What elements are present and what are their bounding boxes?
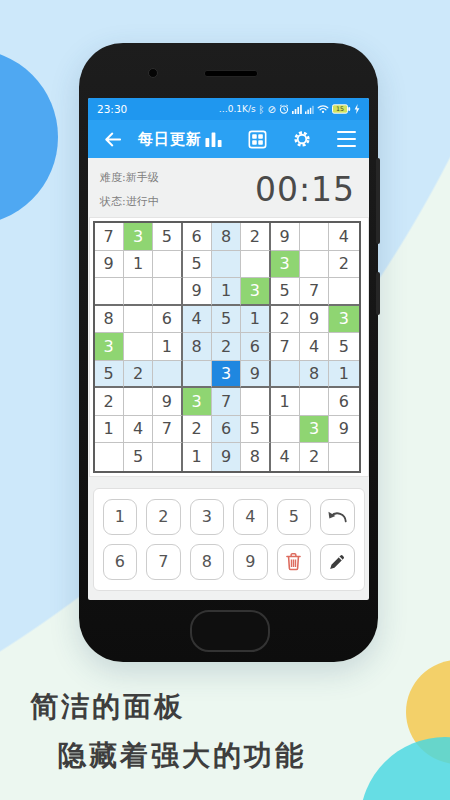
- caption-line1: 简洁的面板: [30, 688, 185, 726]
- sudoku-cell-r9c4[interactable]: 1: [183, 443, 212, 471]
- sudoku-cell-r4c6[interactable]: 1: [241, 306, 270, 334]
- sudoku-cell-r3c7[interactable]: 5: [271, 278, 300, 306]
- key-7[interactable]: 7: [146, 544, 181, 580]
- sudoku-cell-r8c6[interactable]: 5: [241, 416, 270, 444]
- sudoku-cell-r7c8[interactable]: [300, 388, 329, 416]
- sudoku-cell-r9c9[interactable]: [329, 443, 358, 471]
- delete-button[interactable]: [277, 544, 312, 580]
- sudoku-cell-r3c2[interactable]: [124, 278, 153, 306]
- sudoku-cell-r5c5[interactable]: 2: [212, 333, 241, 361]
- stats-icon[interactable]: [204, 131, 223, 148]
- status-label: 状态:进行中: [100, 194, 159, 209]
- sudoku-cell-r2c4[interactable]: 5: [183, 251, 212, 279]
- earpiece-speaker: [204, 70, 258, 77]
- settings-icon[interactable]: [292, 129, 312, 149]
- sudoku-cell-r2c1[interactable]: 9: [95, 251, 124, 279]
- sudoku-cell-r3c8[interactable]: 7: [300, 278, 329, 306]
- sudoku-cell-r1c3[interactable]: 5: [153, 223, 182, 251]
- sudoku-cell-r4c5[interactable]: 5: [212, 306, 241, 334]
- phone-mockup: 23:30 …0.1K/s ᛒ ⊘ 15: [79, 43, 378, 662]
- sudoku-cell-r9c2[interactable]: 5: [124, 443, 153, 471]
- sudoku-cell-r9c8[interactable]: 2: [300, 443, 329, 471]
- sudoku-cell-r6c4[interactable]: [183, 361, 212, 389]
- sudoku-cell-r7c4[interactable]: 3: [183, 388, 212, 416]
- sudoku-cell-r7c2[interactable]: [124, 388, 153, 416]
- sudoku-cell-r7c7[interactable]: 1: [271, 388, 300, 416]
- net-speed-text: …0.1K/s: [219, 104, 256, 114]
- sudoku-cell-r2c9[interactable]: 2: [329, 251, 358, 279]
- battery-icon: 15: [332, 104, 351, 114]
- sudoku-cell-r6c6[interactable]: 9: [241, 361, 270, 389]
- key-3[interactable]: 3: [190, 499, 225, 535]
- grid-mode-icon[interactable]: [248, 130, 267, 149]
- sudoku-cell-r5c3[interactable]: 1: [153, 333, 182, 361]
- sudoku-cell-r5c4[interactable]: 8: [183, 333, 212, 361]
- menu-icon[interactable]: [337, 131, 356, 147]
- sudoku-cell-r2c5[interactable]: [212, 251, 241, 279]
- sudoku-cell-r8c2[interactable]: 4: [124, 416, 153, 444]
- sudoku-cell-r6c1[interactable]: 5: [95, 361, 124, 389]
- sudoku-cell-r8c7[interactable]: [271, 416, 300, 444]
- app-toolbar: 每日更新: [88, 120, 369, 158]
- sudoku-cell-r1c5[interactable]: 8: [212, 223, 241, 251]
- pencil-icon: [327, 552, 347, 572]
- sudoku-grid: 7356829491532913578645129331826745523981…: [93, 221, 361, 473]
- sudoku-cell-r4c4[interactable]: 4: [183, 306, 212, 334]
- signal2-icon: [305, 104, 314, 114]
- sudoku-cell-r5c1[interactable]: 3: [95, 333, 124, 361]
- sudoku-cell-r5c6[interactable]: 6: [241, 333, 270, 361]
- sudoku-cell-r9c7[interactable]: 4: [271, 443, 300, 471]
- sudoku-cell-r1c4[interactable]: 6: [183, 223, 212, 251]
- sudoku-cell-r7c6[interactable]: [241, 388, 270, 416]
- sudoku-cell-r2c3[interactable]: [153, 251, 182, 279]
- svg-text:15: 15: [336, 105, 344, 112]
- key-8[interactable]: 8: [190, 544, 225, 580]
- undo-button[interactable]: [320, 499, 355, 535]
- caption-line2: 隐藏着强大的功能: [58, 737, 306, 775]
- mute-icon: ⊘: [268, 104, 276, 115]
- sudoku-cell-r8c4[interactable]: 2: [183, 416, 212, 444]
- bluetooth-icon: ᛒ: [259, 104, 265, 115]
- sudoku-cell-r1c8[interactable]: [300, 223, 329, 251]
- sudoku-cell-r4c9[interactable]: 3: [329, 306, 358, 334]
- decor-blue-circle: [0, 49, 58, 225]
- sudoku-cell-r7c9[interactable]: 6: [329, 388, 358, 416]
- sudoku-cell-r5c8[interactable]: 4: [300, 333, 329, 361]
- sudoku-cell-r9c3[interactable]: [153, 443, 182, 471]
- sudoku-cell-r5c7[interactable]: 7: [271, 333, 300, 361]
- difficulty-label: 难度:新手级: [100, 170, 159, 185]
- sudoku-cell-r9c1[interactable]: [95, 443, 124, 471]
- sudoku-cell-r3c9[interactable]: [329, 278, 358, 306]
- sudoku-cell-r9c6[interactable]: 8: [241, 443, 270, 471]
- sudoku-cell-r3c4[interactable]: 9: [183, 278, 212, 306]
- sudoku-cell-r6c5[interactable]: 3: [212, 361, 241, 389]
- sudoku-cell-r1c1[interactable]: 7: [95, 223, 124, 251]
- timer-display: 00:15: [255, 170, 357, 209]
- pencil-button[interactable]: [320, 544, 355, 580]
- sudoku-cell-r4c8[interactable]: 9: [300, 306, 329, 334]
- signal-icon: [292, 104, 302, 114]
- sudoku-cell-r5c9[interactable]: 5: [329, 333, 358, 361]
- alarm-icon: [279, 104, 289, 114]
- app-screen: 23:30 …0.1K/s ᛒ ⊘ 15: [88, 98, 369, 600]
- clock-text: 23:30: [97, 103, 127, 115]
- back-icon[interactable]: [101, 129, 122, 150]
- key-2[interactable]: 2: [146, 499, 181, 535]
- sudoku-cell-r8c1[interactable]: 1: [95, 416, 124, 444]
- sudoku-cell-r4c1[interactable]: 8: [95, 306, 124, 334]
- sudoku-cell-r3c5[interactable]: 1: [212, 278, 241, 306]
- sudoku-cell-r4c3[interactable]: 6: [153, 306, 182, 334]
- sudoku-cell-r2c6[interactable]: [241, 251, 270, 279]
- sudoku-cell-r6c7[interactable]: [271, 361, 300, 389]
- wifi-icon: [317, 104, 329, 114]
- sudoku-cell-r6c9[interactable]: 1: [329, 361, 358, 389]
- board-card: 7356829491532913578645129331826745523981…: [89, 217, 369, 477]
- sudoku-cell-r1c2[interactable]: 3: [124, 223, 153, 251]
- key-5[interactable]: 5: [277, 499, 312, 535]
- sudoku-cell-r1c9[interactable]: 4: [329, 223, 358, 251]
- sudoku-cell-r7c3[interactable]: 9: [153, 388, 182, 416]
- sudoku-cell-r1c6[interactable]: 2: [241, 223, 270, 251]
- game-info: 难度:新手级 状态:进行中 00:15: [88, 158, 369, 215]
- sudoku-cell-r6c3[interactable]: [153, 361, 182, 389]
- sudoku-cell-r2c2[interactable]: 1: [124, 251, 153, 279]
- sudoku-cell-r4c7[interactable]: 2: [271, 306, 300, 334]
- sudoku-cell-r6c8[interactable]: 8: [300, 361, 329, 389]
- home-button: [190, 610, 270, 652]
- undo-icon: [326, 507, 349, 527]
- sudoku-cell-r4c2[interactable]: [124, 306, 153, 334]
- sudoku-cell-r5c2[interactable]: [124, 333, 153, 361]
- front-camera: [148, 68, 158, 78]
- key-6[interactable]: 6: [103, 544, 138, 580]
- key-1[interactable]: 1: [103, 499, 138, 535]
- sudoku-cell-r8c3[interactable]: 7: [153, 416, 182, 444]
- page-title: 每日更新: [138, 130, 202, 149]
- sudoku-cell-r8c9[interactable]: 9: [329, 416, 358, 444]
- sudoku-cell-r7c1[interactable]: 2: [95, 388, 124, 416]
- sudoku-cell-r1c7[interactable]: 9: [271, 223, 300, 251]
- number-keypad: 12345 6789: [93, 488, 365, 591]
- sudoku-cell-r2c7[interactable]: 3: [271, 251, 300, 279]
- decor-cyan-circle: [360, 737, 450, 800]
- power-button: [376, 272, 380, 315]
- key-4[interactable]: 4: [233, 499, 268, 535]
- volume-button: [376, 158, 380, 244]
- sudoku-cell-r2c8[interactable]: [300, 251, 329, 279]
- sudoku-cell-r3c6[interactable]: 3: [241, 278, 270, 306]
- sudoku-cell-r7c5[interactable]: 7: [212, 388, 241, 416]
- sudoku-cell-r8c5[interactable]: 6: [212, 416, 241, 444]
- sudoku-cell-r8c8[interactable]: 3: [300, 416, 329, 444]
- sudoku-cell-r6c2[interactable]: 2: [124, 361, 153, 389]
- charging-icon: [354, 104, 360, 114]
- sudoku-cell-r3c1[interactable]: [95, 278, 124, 306]
- status-bar: 23:30 …0.1K/s ᛒ ⊘ 15: [88, 98, 369, 120]
- sudoku-cell-r9c5[interactable]: 9: [212, 443, 241, 471]
- sudoku-cell-r3c3[interactable]: [153, 278, 182, 306]
- key-9[interactable]: 9: [233, 544, 268, 580]
- trash-icon: [283, 551, 304, 572]
